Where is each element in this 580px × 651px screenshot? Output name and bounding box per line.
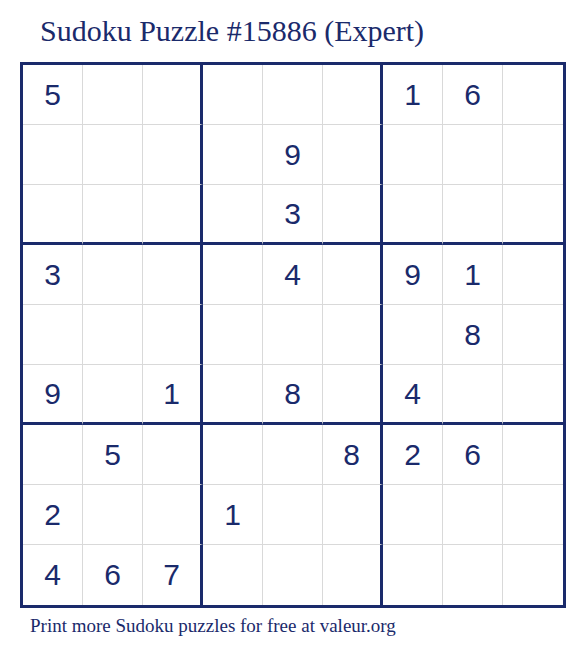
cell-r9c9[interactable] xyxy=(503,545,563,605)
sudoku-board: 51693349189184582621467 xyxy=(20,62,566,608)
cell-r6c9[interactable] xyxy=(503,365,563,425)
cell-r8c9[interactable] xyxy=(503,485,563,545)
cell-r5c8[interactable]: 8 xyxy=(443,305,503,365)
footer-text: Print more Sudoku puzzles for free at va… xyxy=(30,615,396,637)
cell-r4c6[interactable] xyxy=(323,245,383,305)
cell-r5c2[interactable] xyxy=(83,305,143,365)
cell-r2c7[interactable] xyxy=(383,125,443,185)
cell-r2c2[interactable] xyxy=(83,125,143,185)
cell-r4c4[interactable] xyxy=(203,245,263,305)
cell-r6c7[interactable]: 4 xyxy=(383,365,443,425)
cell-r8c1[interactable]: 2 xyxy=(23,485,83,545)
cell-r7c1[interactable] xyxy=(23,425,83,485)
cell-r6c6[interactable] xyxy=(323,365,383,425)
cell-r8c7[interactable] xyxy=(383,485,443,545)
cell-r7c4[interactable] xyxy=(203,425,263,485)
cell-r3c7[interactable] xyxy=(383,185,443,245)
cell-r9c1[interactable]: 4 xyxy=(23,545,83,605)
cell-r6c8[interactable] xyxy=(443,365,503,425)
cell-r3c1[interactable] xyxy=(23,185,83,245)
cell-r7c6[interactable]: 8 xyxy=(323,425,383,485)
cell-r9c5[interactable] xyxy=(263,545,323,605)
cell-r9c6[interactable] xyxy=(323,545,383,605)
cell-r5c1[interactable] xyxy=(23,305,83,365)
cell-r8c3[interactable] xyxy=(143,485,203,545)
cell-r1c9[interactable] xyxy=(503,65,563,125)
cell-r3c8[interactable] xyxy=(443,185,503,245)
cell-r9c4[interactable] xyxy=(203,545,263,605)
cell-r2c6[interactable] xyxy=(323,125,383,185)
cell-r4c9[interactable] xyxy=(503,245,563,305)
cell-r4c3[interactable] xyxy=(143,245,203,305)
cell-r9c2[interactable]: 6 xyxy=(83,545,143,605)
cell-r3c6[interactable] xyxy=(323,185,383,245)
cell-r7c7[interactable]: 2 xyxy=(383,425,443,485)
page-title: Sudoku Puzzle #15886 (Expert) xyxy=(40,14,424,48)
cell-r6c4[interactable] xyxy=(203,365,263,425)
cell-r8c5[interactable] xyxy=(263,485,323,545)
cell-r5c3[interactable] xyxy=(143,305,203,365)
cell-r5c6[interactable] xyxy=(323,305,383,365)
cell-r2c5[interactable]: 9 xyxy=(263,125,323,185)
page: Sudoku Puzzle #15886 (Expert) 5169334918… xyxy=(0,0,580,651)
cell-r3c4[interactable] xyxy=(203,185,263,245)
cell-r1c5[interactable] xyxy=(263,65,323,125)
cell-r1c8[interactable]: 6 xyxy=(443,65,503,125)
cell-r8c6[interactable] xyxy=(323,485,383,545)
cell-r3c2[interactable] xyxy=(83,185,143,245)
cell-r4c8[interactable]: 1 xyxy=(443,245,503,305)
cell-r4c5[interactable]: 4 xyxy=(263,245,323,305)
cell-r2c3[interactable] xyxy=(143,125,203,185)
cell-r8c4[interactable]: 1 xyxy=(203,485,263,545)
cell-r6c3[interactable]: 1 xyxy=(143,365,203,425)
cell-r3c5[interactable]: 3 xyxy=(263,185,323,245)
cell-r5c4[interactable] xyxy=(203,305,263,365)
cell-r5c5[interactable] xyxy=(263,305,323,365)
cell-r6c1[interactable]: 9 xyxy=(23,365,83,425)
cell-r1c7[interactable]: 1 xyxy=(383,65,443,125)
cell-r4c7[interactable]: 9 xyxy=(383,245,443,305)
cell-r5c9[interactable] xyxy=(503,305,563,365)
cell-r7c3[interactable] xyxy=(143,425,203,485)
cell-r6c5[interactable]: 8 xyxy=(263,365,323,425)
cell-r3c3[interactable] xyxy=(143,185,203,245)
cell-r9c8[interactable] xyxy=(443,545,503,605)
cell-r3c9[interactable] xyxy=(503,185,563,245)
cell-r2c1[interactable] xyxy=(23,125,83,185)
cell-r1c4[interactable] xyxy=(203,65,263,125)
cell-r6c2[interactable] xyxy=(83,365,143,425)
cell-r1c3[interactable] xyxy=(143,65,203,125)
cell-r1c6[interactable] xyxy=(323,65,383,125)
cell-r5c7[interactable] xyxy=(383,305,443,365)
cell-r1c2[interactable] xyxy=(83,65,143,125)
cell-r7c2[interactable]: 5 xyxy=(83,425,143,485)
cell-r2c4[interactable] xyxy=(203,125,263,185)
cell-r8c8[interactable] xyxy=(443,485,503,545)
cell-r4c2[interactable] xyxy=(83,245,143,305)
cell-r7c9[interactable] xyxy=(503,425,563,485)
cell-r9c7[interactable] xyxy=(383,545,443,605)
cell-r4c1[interactable]: 3 xyxy=(23,245,83,305)
cell-r1c1[interactable]: 5 xyxy=(23,65,83,125)
cell-r8c2[interactable] xyxy=(83,485,143,545)
cell-r9c3[interactable]: 7 xyxy=(143,545,203,605)
cell-r2c8[interactable] xyxy=(443,125,503,185)
cell-r2c9[interactable] xyxy=(503,125,563,185)
cell-r7c8[interactable]: 6 xyxy=(443,425,503,485)
cell-r7c5[interactable] xyxy=(263,425,323,485)
